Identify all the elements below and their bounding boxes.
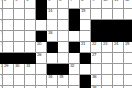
crossword-cell[interactable] (14, 86, 25, 88)
black-cell (36, 31, 47, 42)
black-cell (69, 42, 80, 53)
crossword-cell[interactable]: 27 (91, 53, 102, 64)
black-cell (69, 9, 80, 20)
clue-number: 36 (91, 75, 96, 79)
clue-number: 21 (80, 42, 85, 46)
crossword-cell[interactable] (3, 75, 14, 86)
clue-number: 30 (14, 64, 19, 68)
clue-number: 8 (80, 0, 83, 2)
crossword-cell[interactable] (25, 20, 36, 31)
crossword-cell[interactable] (36, 75, 47, 86)
black-cell (80, 86, 91, 88)
crossword-cell[interactable] (80, 64, 91, 75)
crossword-cell[interactable]: 38 (91, 86, 102, 88)
crossword-cell[interactable] (58, 31, 69, 42)
clue-number: 14 (47, 9, 52, 13)
black-cell (80, 53, 91, 64)
crossword-cell[interactable]: 8 (80, 0, 91, 9)
crossword-cell[interactable] (25, 86, 36, 88)
clue-number: 11 (113, 0, 118, 2)
crossword-cell[interactable] (102, 64, 113, 75)
crossword-cell[interactable] (80, 20, 91, 31)
crossword-cell[interactable] (47, 86, 58, 88)
crossword-cell[interactable] (3, 9, 14, 20)
black-cell (113, 31, 124, 42)
crossword-cell[interactable]: 18 (47, 31, 58, 42)
black-cell (113, 20, 124, 31)
crossword-cell[interactable]: 20 (36, 42, 47, 53)
crossword-cell[interactable]: 3 (14, 0, 25, 9)
crossword-cell[interactable] (36, 64, 47, 75)
crossword-cell[interactable] (69, 75, 80, 86)
crossword-cell[interactable]: 25 (124, 42, 132, 53)
crossword-cell[interactable] (124, 53, 132, 64)
crossword-cell[interactable] (113, 64, 124, 75)
crossword-cell[interactable] (58, 42, 69, 53)
black-cell (102, 31, 113, 42)
clue-number: 5 (47, 0, 50, 2)
clue-number: 29 (3, 64, 8, 68)
crossword-cell[interactable] (47, 20, 58, 31)
clue-number: 15 (80, 9, 85, 13)
crossword-cell[interactable]: 30 (14, 64, 25, 75)
clue-number: 22 (91, 42, 96, 46)
clue-number: 9 (91, 0, 94, 2)
clue-number: 2 (3, 0, 6, 2)
crossword-cell[interactable] (36, 20, 47, 31)
crossword-cell[interactable]: 5 (47, 0, 58, 9)
crossword-cell[interactable]: 15 (80, 9, 91, 20)
crossword-cell[interactable]: 24 (113, 42, 124, 53)
crossword-cell[interactable] (124, 86, 132, 88)
crossword-cell[interactable] (3, 31, 14, 42)
clue-number: 35 (58, 75, 63, 79)
clue-number: 6 (58, 0, 61, 2)
crossword-cell[interactable] (113, 75, 124, 86)
crossword-cell[interactable] (58, 86, 69, 88)
crossword-cell[interactable] (80, 31, 91, 42)
clue-number: 7 (69, 0, 72, 2)
crossword-cell[interactable] (58, 53, 69, 64)
crossword-cell[interactable]: 26 (36, 53, 47, 64)
crossword-cell[interactable] (25, 9, 36, 20)
crossword-cell[interactable]: 34 (47, 75, 58, 86)
black-cell (80, 75, 91, 86)
crossword-cell[interactable]: 36 (91, 75, 102, 86)
crossword-cell[interactable] (25, 75, 36, 86)
crossword-cell[interactable] (91, 64, 102, 75)
clue-number: 32 (69, 64, 74, 68)
crossword-cell[interactable]: 10 (102, 0, 113, 9)
crossword-cell[interactable]: 14 (47, 9, 58, 20)
crossword-cell[interactable]: 32 (69, 64, 80, 75)
crossword-cell[interactable] (3, 86, 14, 88)
clue-number: 18 (47, 31, 52, 35)
crossword-cell[interactable] (113, 53, 124, 64)
black-cell (91, 20, 102, 31)
crossword-cell[interactable]: 4 (25, 0, 36, 9)
clue-number: 24 (113, 42, 118, 46)
crossword-cell[interactable] (124, 64, 132, 75)
crossword-cell[interactable] (113, 9, 124, 20)
crossword-cell[interactable]: 35 (58, 75, 69, 86)
crossword-cell[interactable] (124, 75, 132, 86)
clue-number: 27 (91, 53, 96, 57)
black-cell (47, 42, 58, 53)
crossword-cell[interactable] (102, 86, 113, 88)
crossword-cell[interactable] (124, 9, 132, 20)
clue-number: 31 (25, 64, 30, 68)
clue-number: 34 (47, 75, 52, 79)
crossword-cell[interactable] (3, 42, 14, 53)
crossword-grid: 1234567891011121314151617181920212223242… (0, 0, 132, 88)
crossword-cell[interactable]: 12 (124, 0, 132, 9)
black-cell (124, 20, 132, 31)
crossword-cell[interactable]: 6 (58, 0, 69, 9)
crossword-cell[interactable] (14, 75, 25, 86)
crossword-cell[interactable] (3, 20, 14, 31)
crossword-cell[interactable]: 2 (3, 0, 14, 9)
black-cell (91, 31, 102, 42)
crossword-cell[interactable] (69, 31, 80, 42)
crossword-cell[interactable] (102, 53, 113, 64)
black-cell (36, 0, 47, 9)
crossword-cell[interactable]: 23 (102, 42, 113, 53)
clue-number: 38 (91, 86, 96, 88)
crossword-cell[interactable] (69, 86, 80, 88)
crossword-cell[interactable]: 21 (80, 42, 91, 53)
black-cell (3, 53, 14, 64)
crossword-cell[interactable] (58, 20, 69, 31)
black-cell (25, 53, 36, 64)
clue-number: 23 (102, 42, 107, 46)
crossword-cell[interactable]: 22 (91, 42, 102, 53)
crossword-cell[interactable] (58, 9, 69, 20)
clue-number: 20 (36, 42, 41, 46)
crossword-cell[interactable]: 7 (69, 0, 80, 9)
crossword-screenshot: 1234567891011121314151617181920212223242… (0, 0, 132, 88)
black-cell (102, 20, 113, 31)
black-cell (69, 20, 80, 31)
crossword-cell[interactable] (69, 53, 80, 64)
black-cell (58, 64, 69, 75)
crossword-cell[interactable] (102, 75, 113, 86)
crossword-cell[interactable]: 11 (113, 0, 124, 9)
crossword-cell[interactable]: 9 (91, 0, 102, 9)
black-cell (47, 64, 58, 75)
black-cell (124, 31, 132, 42)
clue-number: 12 (124, 0, 129, 2)
crossword-cell[interactable] (36, 86, 47, 88)
clue-number: 25 (124, 42, 129, 46)
black-cell (36, 9, 47, 20)
crossword-cell[interactable] (14, 42, 25, 53)
clue-number: 3 (14, 0, 17, 2)
crossword-cell[interactable]: 29 (3, 64, 14, 75)
black-cell (14, 53, 25, 64)
clue-number: 4 (25, 0, 28, 2)
crossword-cell[interactable] (14, 20, 25, 31)
crossword-cell[interactable] (47, 53, 58, 64)
crossword-cell[interactable]: 31 (25, 64, 36, 75)
crossword-cell[interactable] (113, 86, 124, 88)
clue-number: 26 (36, 53, 41, 57)
crossword-cell[interactable] (14, 9, 25, 20)
crossword-cell[interactable] (102, 9, 113, 20)
crossword-cell[interactable] (25, 31, 36, 42)
crossword-cell[interactable] (25, 42, 36, 53)
clue-number: 10 (102, 0, 107, 2)
crossword-cell[interactable] (14, 31, 25, 42)
crossword-cell[interactable] (91, 9, 102, 20)
